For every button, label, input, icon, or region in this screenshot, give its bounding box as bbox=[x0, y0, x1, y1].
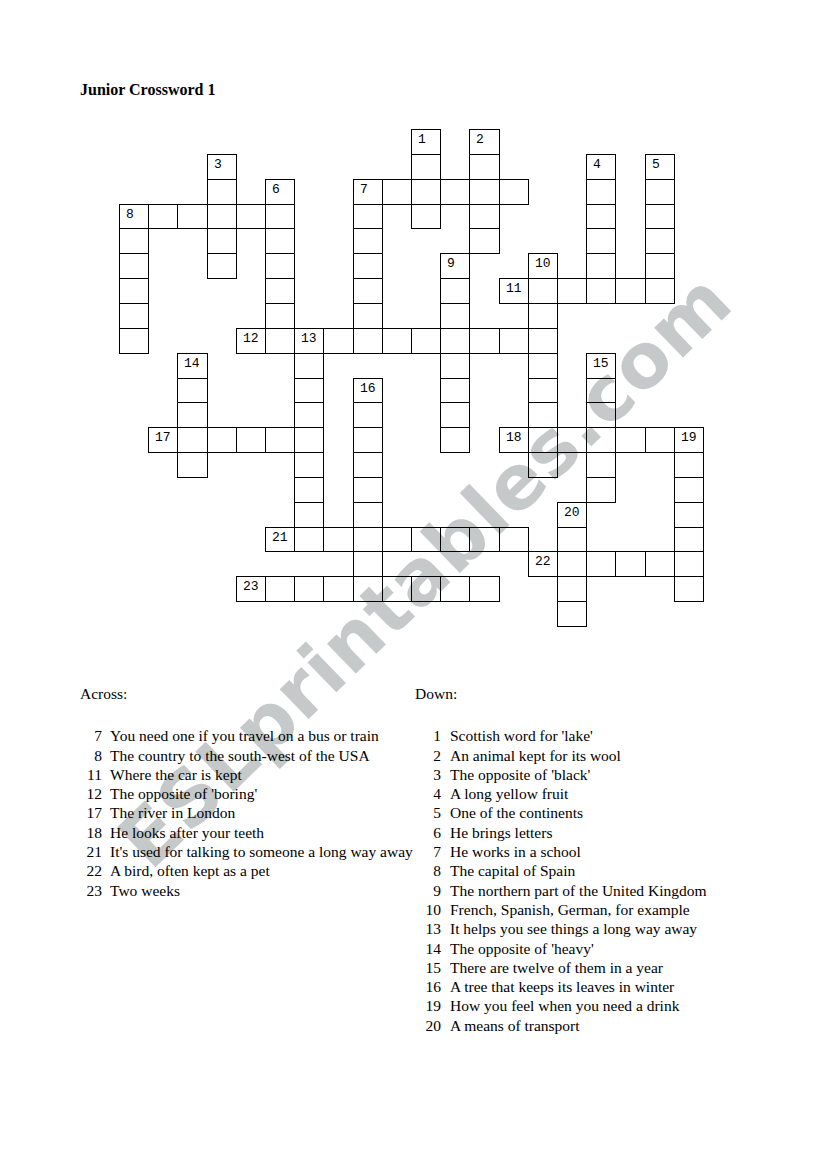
grid-cell[interactable] bbox=[586, 402, 616, 428]
clue-item: 10French, Spanish, German, for example bbox=[415, 900, 755, 919]
grid-cell[interactable]: 8 bbox=[119, 204, 149, 229]
cell-number: 3 bbox=[208, 155, 236, 171]
cell-number: 5 bbox=[646, 155, 674, 171]
clue-text: Scottish word for 'lake' bbox=[450, 727, 593, 744]
grid-cell[interactable] bbox=[177, 204, 208, 229]
grid-cell[interactable] bbox=[382, 328, 412, 354]
clue-number: 5 bbox=[415, 803, 441, 822]
grid-cell[interactable] bbox=[645, 427, 675, 453]
clue-number: 19 bbox=[415, 996, 441, 1015]
grid-cell[interactable] bbox=[207, 179, 237, 205]
clue-item: 9The northern part of the United Kingdom bbox=[415, 881, 755, 900]
clue-text: An animal kept for its wool bbox=[450, 747, 621, 764]
grid-cell[interactable] bbox=[177, 452, 208, 478]
grid-cell[interactable] bbox=[586, 204, 616, 229]
grid-cell[interactable] bbox=[586, 278, 616, 304]
cell-number: 17 bbox=[149, 428, 177, 444]
clue-item: 16A tree that keeps its leaves in winter bbox=[415, 977, 755, 996]
cell-number: 19 bbox=[675, 428, 703, 444]
cell-number: 21 bbox=[266, 528, 294, 544]
down-clues-section: Down: 1Scottish word for 'lake'2An anima… bbox=[415, 684, 755, 1035]
clue-item: 17The river in London bbox=[80, 803, 425, 822]
grid-cell[interactable]: 1 bbox=[411, 129, 441, 155]
grid-cell[interactable] bbox=[353, 502, 383, 528]
cell-number: 2 bbox=[470, 130, 499, 146]
grid-cell[interactable] bbox=[499, 328, 529, 354]
grid-cell[interactable] bbox=[615, 278, 646, 304]
clue-item: 22A bird, often kept as a pet bbox=[80, 861, 425, 880]
grid-cell[interactable] bbox=[119, 228, 149, 254]
clue-number: 7 bbox=[415, 842, 441, 861]
grid-cell[interactable]: 19 bbox=[674, 427, 704, 453]
grid-cell[interactable] bbox=[177, 427, 208, 453]
grid-cell[interactable] bbox=[440, 576, 470, 602]
grid-cell[interactable] bbox=[177, 378, 208, 403]
grid-cell[interactable] bbox=[528, 378, 558, 403]
clue-number: 12 bbox=[80, 784, 102, 803]
grid-cell[interactable] bbox=[674, 551, 704, 577]
grid-cell[interactable] bbox=[528, 328, 558, 354]
grid-cell[interactable] bbox=[353, 477, 383, 503]
grid-cell[interactable] bbox=[499, 179, 529, 205]
grid-cell[interactable] bbox=[645, 228, 675, 254]
page-title: Junior Crossword 1 bbox=[80, 81, 215, 99]
grid-cell[interactable] bbox=[294, 452, 324, 478]
crossword-grid: 1234567891011121314151617181920212223 bbox=[119, 129, 705, 628]
grid-cell[interactable] bbox=[411, 154, 441, 180]
grid-cell[interactable] bbox=[586, 551, 616, 577]
grid-cell[interactable] bbox=[615, 427, 646, 453]
clue-text: The opposite of 'black' bbox=[450, 766, 590, 783]
clue-number: 21 bbox=[80, 842, 102, 861]
clue-text: There are twelve of them in a year bbox=[450, 959, 663, 976]
clue-number: 20 bbox=[415, 1016, 441, 1035]
grid-cell[interactable] bbox=[294, 402, 324, 428]
grid-cell[interactable] bbox=[294, 378, 324, 403]
grid-cell[interactable] bbox=[207, 204, 237, 229]
grid-cell[interactable] bbox=[528, 278, 558, 304]
page-root: { "page": { "title": "Junior Crossword 1… bbox=[0, 0, 821, 1169]
grid-cell[interactable] bbox=[586, 452, 616, 478]
grid-cell[interactable] bbox=[353, 427, 383, 453]
clue-item: 11Where the car is kept bbox=[80, 765, 425, 784]
clue-number: 8 bbox=[415, 861, 441, 880]
down-clue-list: 1Scottish word for 'lake'2An animal kept… bbox=[415, 726, 755, 1035]
grid-cell[interactable]: 22 bbox=[528, 551, 558, 577]
grid-cell[interactable] bbox=[645, 253, 675, 279]
grid-cell[interactable] bbox=[294, 477, 324, 503]
clue-number: 1 bbox=[415, 726, 441, 745]
grid-cell[interactable] bbox=[440, 527, 470, 552]
cell-number: 13 bbox=[295, 329, 323, 345]
clue-item: 18He looks after your teeth bbox=[80, 823, 425, 842]
grid-cell[interactable] bbox=[440, 179, 470, 205]
clue-text: A tree that keeps its leaves in winter bbox=[450, 978, 674, 995]
grid-cell[interactable] bbox=[528, 353, 558, 379]
clue-number: 2 bbox=[415, 746, 441, 765]
clue-text: Two weeks bbox=[110, 882, 180, 899]
grid-cell[interactable] bbox=[236, 427, 266, 453]
cell-number: 10 bbox=[529, 254, 557, 270]
grid-cell[interactable] bbox=[411, 204, 441, 229]
clue-text: He looks after your teeth bbox=[110, 824, 264, 841]
grid-cell[interactable] bbox=[615, 551, 646, 577]
clue-text: Where the car is kept bbox=[110, 766, 242, 783]
grid-cell[interactable] bbox=[207, 228, 237, 254]
grid-cell[interactable] bbox=[440, 328, 470, 354]
grid-cell[interactable]: 18 bbox=[499, 427, 529, 453]
cell-number: 1 bbox=[412, 130, 440, 146]
grid-cell[interactable]: 6 bbox=[265, 179, 295, 205]
clue-text: It helps you see things a long way away bbox=[450, 920, 697, 937]
grid-cell[interactable] bbox=[674, 527, 704, 552]
clue-item: 12The opposite of 'boring' bbox=[80, 784, 425, 803]
grid-cell[interactable]: 7 bbox=[353, 179, 383, 205]
grid-cell[interactable] bbox=[586, 477, 616, 503]
clue-text: You need one if you travel on a bus or t… bbox=[110, 727, 379, 744]
grid-cell[interactable] bbox=[645, 179, 675, 205]
clue-number: 13 bbox=[415, 919, 441, 938]
grid-cell[interactable]: 15 bbox=[586, 353, 616, 379]
cell-number: 14 bbox=[178, 354, 207, 370]
clue-item: 15There are twelve of them in a year bbox=[415, 958, 755, 977]
grid-cell[interactable] bbox=[265, 204, 295, 229]
grid-cell[interactable] bbox=[265, 278, 295, 304]
grid-cell[interactable] bbox=[353, 303, 383, 329]
clue-text: French, Spanish, German, for example bbox=[450, 901, 690, 918]
grid-cell[interactable] bbox=[586, 228, 616, 254]
grid-cell[interactable] bbox=[645, 551, 675, 577]
down-heading: Down: bbox=[415, 684, 755, 703]
cell-number: 8 bbox=[120, 205, 148, 221]
grid-cell[interactable] bbox=[411, 527, 441, 552]
clue-item: 2An animal kept for its wool bbox=[415, 746, 755, 765]
grid-cell[interactable] bbox=[557, 427, 587, 453]
grid-cell[interactable] bbox=[119, 303, 149, 329]
clue-text: A bird, often kept as a pet bbox=[110, 862, 270, 879]
clue-item: 6He brings letters bbox=[415, 823, 755, 842]
clue-number: 3 bbox=[415, 765, 441, 784]
grid-cell[interactable] bbox=[323, 328, 354, 354]
grid-cell[interactable] bbox=[674, 502, 704, 528]
clue-item: 13It helps you see things a long way awa… bbox=[415, 919, 755, 938]
grid-cell[interactable] bbox=[323, 527, 354, 552]
grid-cell[interactable] bbox=[353, 204, 383, 229]
grid-cell[interactable] bbox=[528, 427, 558, 453]
grid-cell[interactable]: 23 bbox=[236, 576, 266, 602]
clue-text: How you feel when you need a drink bbox=[450, 997, 679, 1014]
grid-cell[interactable] bbox=[557, 278, 587, 304]
cell-number: 11 bbox=[500, 279, 528, 295]
grid-cell[interactable] bbox=[557, 576, 587, 602]
grid-cell[interactable] bbox=[382, 576, 412, 602]
cell-number: 15 bbox=[587, 354, 615, 370]
clue-text: The country to the south-west of the USA bbox=[110, 747, 370, 764]
clue-text: A long yellow fruit bbox=[450, 785, 568, 802]
clue-number: 17 bbox=[80, 803, 102, 822]
grid-cell[interactable]: 12 bbox=[236, 328, 266, 354]
clue-text: He brings letters bbox=[450, 824, 552, 841]
grid-cell[interactable] bbox=[294, 502, 324, 528]
clue-item: 7You need one if you travel on a bus or … bbox=[80, 726, 425, 745]
grid-cell[interactable] bbox=[207, 253, 237, 279]
grid-cell[interactable]: 20 bbox=[557, 502, 587, 528]
clue-item: 8The country to the south-west of the US… bbox=[80, 746, 425, 765]
grid-cell[interactable]: 13 bbox=[294, 328, 324, 354]
grid-cell[interactable] bbox=[323, 576, 354, 602]
grid-cell[interactable] bbox=[382, 527, 412, 552]
clue-item: 14The opposite of 'heavy' bbox=[415, 939, 755, 958]
grid-cell[interactable] bbox=[119, 253, 149, 279]
grid-cell[interactable] bbox=[586, 253, 616, 279]
grid-cell[interactable] bbox=[469, 204, 500, 229]
grid-cell[interactable]: 10 bbox=[528, 253, 558, 279]
grid-cell[interactable]: 21 bbox=[265, 527, 295, 552]
grid-cell[interactable] bbox=[294, 527, 324, 552]
cell-number: 6 bbox=[266, 180, 294, 196]
clue-number: 14 bbox=[415, 939, 441, 958]
grid-cell[interactable] bbox=[265, 427, 295, 453]
grid-cell[interactable] bbox=[499, 527, 529, 552]
across-clue-list: 7You need one if you travel on a bus or … bbox=[80, 726, 425, 900]
clue-item: 5One of the continents bbox=[415, 803, 755, 822]
grid-cell[interactable] bbox=[440, 353, 470, 379]
grid-cell[interactable] bbox=[440, 303, 470, 329]
grid-cell[interactable] bbox=[469, 576, 500, 602]
grid-cell[interactable] bbox=[294, 576, 324, 602]
grid-cell[interactable] bbox=[557, 601, 587, 627]
clue-text: It's used for talking to someone a long … bbox=[110, 843, 413, 860]
grid-cell[interactable]: 3 bbox=[207, 154, 237, 180]
grid-cell[interactable] bbox=[353, 576, 383, 602]
grid-cell[interactable] bbox=[469, 527, 500, 552]
grid-cell[interactable] bbox=[440, 402, 470, 428]
grid-cell[interactable] bbox=[353, 253, 383, 279]
clue-text: The capital of Spain bbox=[450, 862, 575, 879]
grid-cell[interactable] bbox=[411, 328, 441, 354]
grid-cell[interactable] bbox=[557, 551, 587, 577]
clue-number: 9 bbox=[415, 881, 441, 900]
cell-number: 18 bbox=[500, 428, 528, 444]
cell-number: 23 bbox=[237, 577, 265, 593]
grid-cell[interactable] bbox=[265, 253, 295, 279]
grid-cell[interactable] bbox=[382, 179, 412, 205]
grid-cell[interactable] bbox=[265, 228, 295, 254]
grid-cell[interactable] bbox=[469, 154, 500, 180]
grid-cell[interactable] bbox=[353, 527, 383, 552]
clue-number: 4 bbox=[415, 784, 441, 803]
grid-cell[interactable] bbox=[674, 576, 704, 602]
grid-cell[interactable] bbox=[353, 228, 383, 254]
cell-number: 7 bbox=[354, 180, 382, 196]
grid-cell[interactable] bbox=[148, 204, 178, 229]
grid-cell[interactable] bbox=[528, 452, 558, 478]
cell-number: 22 bbox=[529, 552, 557, 568]
grid-cell[interactable] bbox=[645, 204, 675, 229]
grid-cell[interactable] bbox=[469, 179, 500, 205]
clue-number: 8 bbox=[80, 746, 102, 765]
clue-item: 21It's used for talking to someone a lon… bbox=[80, 842, 425, 861]
clue-item: 7He works in a school bbox=[415, 842, 755, 861]
clue-item: 23Two weeks bbox=[80, 881, 425, 900]
grid-cell[interactable]: 4 bbox=[586, 154, 616, 180]
grid-cell[interactable] bbox=[353, 402, 383, 428]
grid-cell[interactable] bbox=[674, 477, 704, 503]
clue-item: 19How you feel when you need a drink bbox=[415, 996, 755, 1015]
grid-cell[interactable] bbox=[469, 228, 500, 254]
grid-cell[interactable] bbox=[674, 452, 704, 478]
grid-cell[interactable]: 14 bbox=[177, 353, 208, 379]
grid-cell[interactable] bbox=[528, 303, 558, 329]
grid-cell[interactable]: 2 bbox=[469, 129, 500, 155]
clue-item: 20A means of transport bbox=[415, 1016, 755, 1035]
grid-cell[interactable] bbox=[528, 402, 558, 428]
grid-cell[interactable] bbox=[119, 278, 149, 304]
clue-text: The opposite of 'boring' bbox=[110, 785, 257, 802]
clue-text: He works in a school bbox=[450, 843, 581, 860]
grid-cell[interactable] bbox=[294, 353, 324, 379]
grid-cell[interactable] bbox=[207, 427, 237, 453]
clue-item: 4A long yellow fruit bbox=[415, 784, 755, 803]
grid-cell[interactable] bbox=[353, 278, 383, 304]
grid-cell[interactable]: 16 bbox=[353, 378, 383, 403]
clue-text: The opposite of 'heavy' bbox=[450, 940, 594, 957]
grid-cell[interactable] bbox=[440, 427, 470, 453]
grid-cell[interactable]: 5 bbox=[645, 154, 675, 180]
grid-cell[interactable] bbox=[440, 278, 470, 304]
clue-number: 10 bbox=[415, 900, 441, 919]
grid-cell[interactable] bbox=[411, 576, 441, 602]
grid-cell[interactable] bbox=[557, 527, 587, 552]
clue-text: The river in London bbox=[110, 804, 235, 821]
clue-item: 1Scottish word for 'lake' bbox=[415, 726, 755, 745]
grid-cell[interactable] bbox=[236, 204, 266, 229]
grid-cell[interactable] bbox=[294, 427, 324, 453]
clue-number: 6 bbox=[415, 823, 441, 842]
grid-cell[interactable]: 11 bbox=[499, 278, 529, 304]
clue-number: 15 bbox=[415, 958, 441, 977]
grid-cell[interactable] bbox=[469, 328, 500, 354]
grid-cell[interactable] bbox=[586, 179, 616, 205]
cell-number: 20 bbox=[558, 503, 586, 519]
grid-cell[interactable] bbox=[265, 328, 295, 354]
clue-number: 18 bbox=[80, 823, 102, 842]
clue-item: 8The capital of Spain bbox=[415, 861, 755, 880]
grid-cell[interactable] bbox=[645, 278, 675, 304]
cell-number: 4 bbox=[587, 155, 615, 171]
clue-number: 11 bbox=[80, 765, 102, 784]
grid-cell[interactable] bbox=[440, 378, 470, 403]
clue-number: 7 bbox=[80, 726, 102, 745]
grid-cell[interactable] bbox=[265, 303, 295, 329]
grid-cell[interactable] bbox=[265, 576, 295, 602]
cell-number: 9 bbox=[441, 254, 469, 270]
grid-cell[interactable] bbox=[353, 452, 383, 478]
clue-number: 16 bbox=[415, 977, 441, 996]
grid-cell[interactable]: 9 bbox=[440, 253, 470, 279]
grid-cell[interactable] bbox=[411, 179, 441, 205]
across-heading: Across: bbox=[80, 684, 425, 703]
clue-text: One of the continents bbox=[450, 804, 583, 821]
grid-cell[interactable] bbox=[119, 328, 149, 354]
grid-cell[interactable]: 17 bbox=[148, 427, 178, 453]
clue-number: 23 bbox=[80, 881, 102, 900]
clue-text: The northern part of the United Kingdom bbox=[450, 882, 707, 899]
clue-text: A means of transport bbox=[450, 1017, 580, 1034]
grid-cell[interactable] bbox=[353, 551, 383, 577]
cell-number: 12 bbox=[237, 329, 265, 345]
cell-number: 16 bbox=[354, 379, 382, 395]
across-clues-section: Across: 7You need one if you travel on a… bbox=[80, 684, 425, 900]
grid-cell[interactable] bbox=[586, 427, 616, 453]
grid-cell[interactable] bbox=[586, 378, 616, 403]
grid-cell[interactable] bbox=[177, 402, 208, 428]
clue-item: 3The opposite of 'black' bbox=[415, 765, 755, 784]
clue-number: 22 bbox=[80, 861, 102, 880]
grid-cell[interactable] bbox=[353, 328, 383, 354]
